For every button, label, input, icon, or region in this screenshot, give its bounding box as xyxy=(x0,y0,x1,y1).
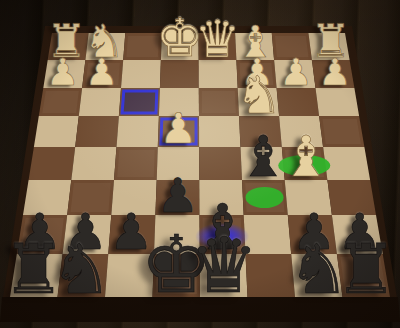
piece-black-queen-d8[interactable]: ♛ xyxy=(169,228,279,305)
piece-white-pawn-g2[interactable]: ♟ xyxy=(47,54,157,91)
pieces-layer: ♜♞♚♛♝♜♟♟♟♟♟♞♟♝♝♟♟♟♟♝♟♟♜♞♚♛♞♜ xyxy=(0,0,400,328)
chess-app-scene: ♜♞♚♛♝♜♟♟♟♟♟♞♟♝♝♟♟♟♟♝♟♟♜♞♚♛♞♜ xyxy=(0,0,400,328)
piece-black-knight-g8[interactable]: ♞ xyxy=(26,235,136,304)
piece-black-rook-a8[interactable]: ♜ xyxy=(311,235,400,304)
